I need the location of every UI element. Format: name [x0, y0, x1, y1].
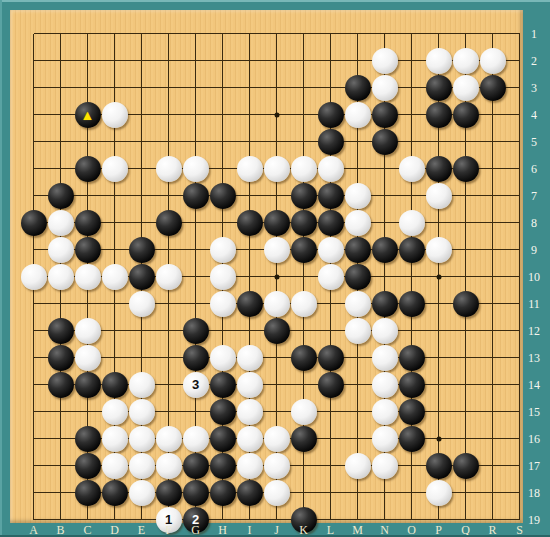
stone-I11-black[interactable] — [237, 291, 263, 317]
stone-B14-black[interactable] — [48, 372, 74, 398]
grid-line-vertical — [492, 34, 493, 520]
stone-F16-white[interactable] — [156, 426, 182, 452]
stone-D16-white[interactable] — [102, 426, 128, 452]
stone-N5-black[interactable] — [372, 129, 398, 155]
stone-C14-black[interactable] — [75, 372, 101, 398]
stone-J8-black[interactable] — [264, 210, 290, 236]
stone-N12-white[interactable] — [372, 318, 398, 344]
stone-H13-white[interactable] — [210, 345, 236, 371]
stone-D4-white[interactable] — [102, 102, 128, 128]
stone-D6-white[interactable] — [102, 156, 128, 182]
hoshi-point — [436, 274, 441, 279]
stone-P6-black[interactable] — [426, 156, 452, 182]
grid-line-horizontal — [34, 357, 520, 358]
stone-B13-black[interactable] — [48, 345, 74, 371]
stone-M7-white[interactable] — [345, 183, 371, 209]
row-label-18: 18 — [528, 485, 540, 500]
stone-N2-white[interactable] — [372, 48, 398, 74]
stone-L14-black[interactable] — [318, 372, 344, 398]
grid-line-vertical — [519, 34, 520, 520]
row-label-6: 6 — [531, 161, 537, 176]
stone-K7-black[interactable] — [291, 183, 317, 209]
stone-E14-white[interactable] — [129, 372, 155, 398]
row-label-7: 7 — [531, 188, 537, 203]
stone-A10-white[interactable] — [21, 264, 47, 290]
stone-N9-black[interactable] — [372, 237, 398, 263]
stone-O14-black[interactable] — [399, 372, 425, 398]
row-label-16: 16 — [528, 431, 540, 446]
row-label-13: 13 — [528, 350, 540, 365]
stone-C12-white[interactable] — [75, 318, 101, 344]
stone-J6-white[interactable] — [264, 156, 290, 182]
stone-C17-black[interactable] — [75, 453, 101, 479]
stone-L8-black[interactable] — [318, 210, 344, 236]
stone-O6-white[interactable] — [399, 156, 425, 182]
row-label-14: 14 — [528, 377, 540, 392]
triangle-marker: ▲ — [81, 108, 95, 122]
row-label-17: 17 — [528, 458, 540, 473]
stone-M4-white[interactable] — [345, 102, 371, 128]
stone-J11-white[interactable] — [264, 291, 290, 317]
stone-R3-black[interactable] — [480, 75, 506, 101]
stone-G6-white[interactable] — [183, 156, 209, 182]
stone-J16-white[interactable] — [264, 426, 290, 452]
frame-bevel-top — [0, 0, 550, 2]
stone-J9-white[interactable] — [264, 237, 290, 263]
stone-M11-white[interactable] — [345, 291, 371, 317]
move-number-marker: 3 — [192, 378, 199, 391]
stone-H16-black[interactable] — [210, 426, 236, 452]
stone-E11-white[interactable] — [129, 291, 155, 317]
stone-B7-black[interactable] — [48, 183, 74, 209]
stone-Q11-black[interactable] — [453, 291, 479, 317]
stone-R2-white[interactable] — [480, 48, 506, 74]
stone-J17-white[interactable] — [264, 453, 290, 479]
stone-G16-white[interactable] — [183, 426, 209, 452]
stone-J12-black[interactable] — [264, 318, 290, 344]
stone-O15-black[interactable] — [399, 399, 425, 425]
stone-N16-white[interactable] — [372, 426, 398, 452]
stone-B9-white[interactable] — [48, 237, 74, 263]
stone-H14-black[interactable] — [210, 372, 236, 398]
stone-I15-white[interactable] — [237, 399, 263, 425]
stone-J18-white[interactable] — [264, 480, 290, 506]
stone-F8-black[interactable] — [156, 210, 182, 236]
stone-C13-white[interactable] — [75, 345, 101, 371]
stone-A8-black[interactable] — [21, 210, 47, 236]
stone-M8-white[interactable] — [345, 210, 371, 236]
stone-Q17-black[interactable] — [453, 453, 479, 479]
stone-N14-white[interactable] — [372, 372, 398, 398]
row-label-4: 4 — [531, 107, 537, 122]
stone-C10-white[interactable] — [75, 264, 101, 290]
stone-G7-black[interactable] — [183, 183, 209, 209]
stone-I16-white[interactable] — [237, 426, 263, 452]
stone-I8-black[interactable] — [237, 210, 263, 236]
stone-C8-black[interactable] — [75, 210, 101, 236]
stone-G13-black[interactable] — [183, 345, 209, 371]
row-label-5: 5 — [531, 134, 537, 149]
stone-O9-black[interactable] — [399, 237, 425, 263]
stone-G14-white[interactable]: 3 — [183, 372, 209, 398]
stone-H17-black[interactable] — [210, 453, 236, 479]
stone-M12-white[interactable] — [345, 318, 371, 344]
stone-K9-black[interactable] — [291, 237, 317, 263]
stone-P9-white[interactable] — [426, 237, 452, 263]
stone-N15-white[interactable] — [372, 399, 398, 425]
stone-M3-black[interactable] — [345, 75, 371, 101]
stone-H10-white[interactable] — [210, 264, 236, 290]
stone-C16-black[interactable] — [75, 426, 101, 452]
stone-P17-black[interactable] — [426, 453, 452, 479]
stone-Q4-black[interactable] — [453, 102, 479, 128]
stone-F18-black[interactable] — [156, 480, 182, 506]
stone-O16-black[interactable] — [399, 426, 425, 452]
hoshi-point — [274, 274, 279, 279]
row-label-2: 2 — [531, 53, 537, 68]
stone-K11-white[interactable] — [291, 291, 317, 317]
stone-I14-white[interactable] — [237, 372, 263, 398]
stone-L7-black[interactable] — [318, 183, 344, 209]
stone-E15-white[interactable] — [129, 399, 155, 425]
stone-D17-white[interactable] — [102, 453, 128, 479]
stone-C18-black[interactable] — [75, 480, 101, 506]
row-label-9: 9 — [531, 242, 537, 257]
stone-K8-black[interactable] — [291, 210, 317, 236]
row-label-19: 19 — [528, 512, 540, 527]
stone-E9-black[interactable] — [129, 237, 155, 263]
row-label-11: 11 — [528, 296, 540, 311]
stone-P7-white[interactable] — [426, 183, 452, 209]
row-label-15: 15 — [528, 404, 540, 419]
stone-D14-black[interactable] — [102, 372, 128, 398]
stone-B10-white[interactable] — [48, 264, 74, 290]
stone-I17-white[interactable] — [237, 453, 263, 479]
stone-C9-black[interactable] — [75, 237, 101, 263]
stone-B8-white[interactable] — [48, 210, 74, 236]
row-label-12: 12 — [528, 323, 540, 338]
stone-D18-black[interactable] — [102, 480, 128, 506]
stone-K13-black[interactable] — [291, 345, 317, 371]
stone-H11-white[interactable] — [210, 291, 236, 317]
stone-L4-black[interactable] — [318, 102, 344, 128]
stone-O13-black[interactable] — [399, 345, 425, 371]
stone-E17-white[interactable] — [129, 453, 155, 479]
stone-Q6-black[interactable] — [453, 156, 479, 182]
stone-G12-black[interactable] — [183, 318, 209, 344]
hoshi-point — [274, 112, 279, 117]
stone-F10-white[interactable] — [156, 264, 182, 290]
stone-N3-white[interactable] — [372, 75, 398, 101]
stone-O11-black[interactable] — [399, 291, 425, 317]
stone-E18-white[interactable] — [129, 480, 155, 506]
frame-bevel-left — [0, 0, 2, 537]
stone-P18-white[interactable] — [426, 480, 452, 506]
stone-B12-black[interactable] — [48, 318, 74, 344]
stone-F6-white[interactable] — [156, 156, 182, 182]
row-label-1: 1 — [531, 26, 537, 41]
stone-L6-white[interactable] — [318, 156, 344, 182]
stone-I18-black[interactable] — [237, 480, 263, 506]
stone-O8-white[interactable] — [399, 210, 425, 236]
go-board-window: ▲312 ABCDEFGHIJKLMNOPQRS 123456789101112… — [0, 0, 550, 537]
stone-K6-white[interactable] — [291, 156, 317, 182]
stone-P3-black[interactable] — [426, 75, 452, 101]
row-labels: 12345678910111213141516171819 — [523, 0, 550, 537]
stone-G18-black[interactable] — [183, 480, 209, 506]
stone-H9-white[interactable] — [210, 237, 236, 263]
stone-G17-black[interactable] — [183, 453, 209, 479]
stone-D10-white[interactable] — [102, 264, 128, 290]
stone-L5-black[interactable] — [318, 129, 344, 155]
stone-N4-black[interactable] — [372, 102, 398, 128]
stone-C4-black[interactable]: ▲ — [75, 102, 101, 128]
stone-I13-white[interactable] — [237, 345, 263, 371]
stone-N17-white[interactable] — [372, 453, 398, 479]
stone-K15-white[interactable] — [291, 399, 317, 425]
stone-K16-black[interactable] — [291, 426, 317, 452]
stone-H18-black[interactable] — [210, 480, 236, 506]
stone-M17-white[interactable] — [345, 453, 371, 479]
stone-H7-black[interactable] — [210, 183, 236, 209]
hoshi-point — [436, 436, 441, 441]
stone-Q2-white[interactable] — [453, 48, 479, 74]
stone-N11-black[interactable] — [372, 291, 398, 317]
stone-P4-black[interactable] — [426, 102, 452, 128]
stone-F17-white[interactable] — [156, 453, 182, 479]
grid-line-horizontal — [34, 519, 520, 520]
stone-N13-white[interactable] — [372, 345, 398, 371]
stone-Q3-white[interactable] — [453, 75, 479, 101]
stone-L9-white[interactable] — [318, 237, 344, 263]
stone-C6-black[interactable] — [75, 156, 101, 182]
stone-H15-black[interactable] — [210, 399, 236, 425]
stone-P2-white[interactable] — [426, 48, 452, 74]
stone-L13-black[interactable] — [318, 345, 344, 371]
stone-L10-white[interactable] — [318, 264, 344, 290]
row-label-3: 3 — [531, 80, 537, 95]
stone-M10-black[interactable] — [345, 264, 371, 290]
stone-E10-black[interactable] — [129, 264, 155, 290]
stone-E16-white[interactable] — [129, 426, 155, 452]
row-label-8: 8 — [531, 215, 537, 230]
go-board[interactable]: ▲312 — [10, 10, 523, 523]
row-label-10: 10 — [528, 269, 540, 284]
stone-D15-white[interactable] — [102, 399, 128, 425]
stone-I6-white[interactable] — [237, 156, 263, 182]
stone-M9-black[interactable] — [345, 237, 371, 263]
